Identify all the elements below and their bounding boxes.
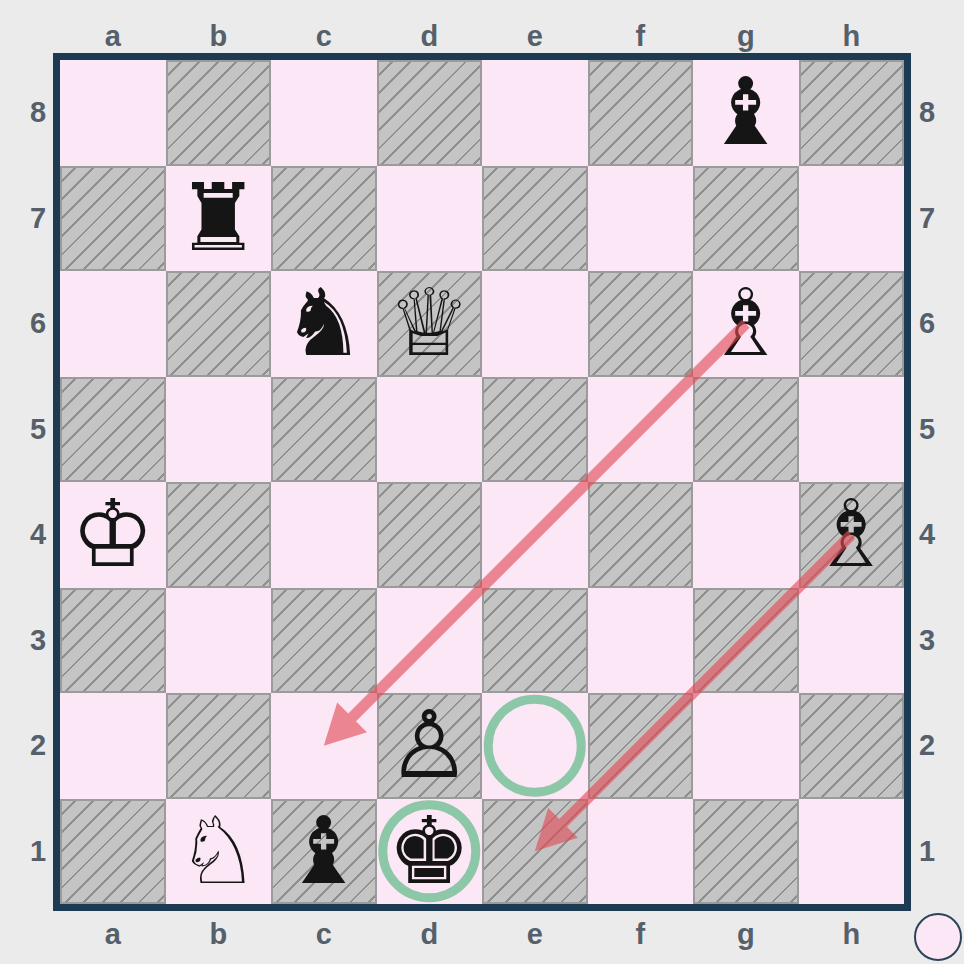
piece-black-bishop[interactable]: ♝ [271,799,377,905]
square-b7[interactable]: ♜ [166,166,272,272]
file-label-f: f [588,918,694,951]
square-a8[interactable] [60,60,166,166]
square-h7[interactable] [799,166,905,272]
square-h3[interactable] [799,588,905,694]
square-a7[interactable] [60,166,166,272]
square-d7[interactable] [377,166,483,272]
square-a1[interactable] [60,799,166,905]
square-e6[interactable] [482,271,588,377]
file-label-c: c [271,20,377,53]
square-a2[interactable] [60,693,166,799]
piece-black-rook[interactable]: ♜ [166,166,272,272]
file-label-d: d [377,918,483,951]
square-d3[interactable] [377,588,483,694]
square-g5[interactable] [693,377,799,483]
square-b2[interactable] [166,693,272,799]
square-c7[interactable] [271,166,377,272]
square-e7[interactable] [482,166,588,272]
file-labels-top: abcdefgh [60,20,904,52]
piece-white-king[interactable]: ♔ [60,482,166,588]
rank-label-2: 2 [22,693,54,799]
page-background: ♝♜♞♕♗♔♗♙♘♝♚ abcdefgh abcdefgh 87654321 8… [0,0,964,964]
square-e2[interactable] [482,693,588,799]
square-d6[interactable]: ♕ [377,271,483,377]
square-a3[interactable] [60,588,166,694]
rank-label-5: 5 [911,377,943,483]
square-a5[interactable] [60,377,166,483]
file-label-f: f [588,20,694,53]
square-g1[interactable] [693,799,799,905]
square-f3[interactable] [588,588,694,694]
square-b3[interactable] [166,588,272,694]
square-a4[interactable]: ♔ [60,482,166,588]
square-e3[interactable] [482,588,588,694]
rank-label-4: 4 [911,482,943,588]
square-c1[interactable]: ♝ [271,799,377,905]
piece-white-pawn[interactable]: ♙ [377,693,483,799]
file-label-h: h [799,918,905,951]
square-b4[interactable] [166,482,272,588]
piece-white-bishop[interactable]: ♗ [799,482,905,588]
square-h5[interactable] [799,377,905,483]
piece-black-bishop[interactable]: ♝ [693,60,799,166]
file-label-h: h [799,20,905,53]
square-c5[interactable] [271,377,377,483]
square-d8[interactable] [377,60,483,166]
file-labels-bottom: abcdefgh [60,918,904,950]
square-g2[interactable] [693,693,799,799]
square-g7[interactable] [693,166,799,272]
file-label-b: b [166,918,272,951]
square-d1[interactable]: ♚ [377,799,483,905]
rank-labels-left: 87654321 [22,60,54,904]
rank-label-1: 1 [911,799,943,905]
square-b1[interactable]: ♘ [166,799,272,905]
square-e1[interactable] [482,799,588,905]
file-label-b: b [166,20,272,53]
rank-label-7: 7 [22,166,54,272]
piece-white-knight[interactable]: ♘ [166,799,272,905]
square-h1[interactable] [799,799,905,905]
square-e4[interactable] [482,482,588,588]
file-label-e: e [482,918,588,951]
square-e5[interactable] [482,377,588,483]
file-label-a: a [60,20,166,53]
square-f6[interactable] [588,271,694,377]
chess-board: ♝♜♞♕♗♔♗♙♘♝♚ [53,53,911,911]
file-label-c: c [271,918,377,951]
square-g3[interactable] [693,588,799,694]
square-f1[interactable] [588,799,694,905]
file-label-a: a [60,918,166,951]
piece-white-bishop[interactable]: ♗ [693,271,799,377]
square-f7[interactable] [588,166,694,272]
rank-label-8: 8 [911,60,943,166]
rank-label-6: 6 [22,271,54,377]
square-a6[interactable] [60,271,166,377]
rank-label-7: 7 [911,166,943,272]
square-d5[interactable] [377,377,483,483]
rank-label-6: 6 [911,271,943,377]
square-f2[interactable] [588,693,694,799]
file-label-d: d [377,20,483,53]
board-grid: ♝♜♞♕♗♔♗♙♘♝♚ [60,60,904,904]
square-c6[interactable]: ♞ [271,271,377,377]
square-c4[interactable] [271,482,377,588]
rank-label-2: 2 [911,693,943,799]
square-b8[interactable] [166,60,272,166]
rank-label-3: 3 [911,588,943,694]
square-h6[interactable] [799,271,905,377]
square-d2[interactable]: ♙ [377,693,483,799]
rank-labels-right: 87654321 [911,60,943,904]
square-c8[interactable] [271,60,377,166]
square-f8[interactable] [588,60,694,166]
rank-label-1: 1 [22,799,54,905]
rank-label-5: 5 [22,377,54,483]
file-label-e: e [482,20,588,53]
rank-label-8: 8 [22,60,54,166]
square-h2[interactable] [799,693,905,799]
piece-white-queen[interactable]: ♕ [377,271,483,377]
square-f4[interactable] [588,482,694,588]
file-label-g: g [693,918,799,951]
square-f5[interactable] [588,377,694,483]
square-e8[interactable] [482,60,588,166]
piece-black-king[interactable]: ♚ [377,799,483,905]
square-c2[interactable] [271,693,377,799]
turn-indicator [914,913,962,961]
square-b6[interactable] [166,271,272,377]
file-label-g: g [693,20,799,53]
piece-black-knight[interactable]: ♞ [271,271,377,377]
square-h8[interactable] [799,60,905,166]
square-h4[interactable]: ♗ [799,482,905,588]
square-g6[interactable]: ♗ [693,271,799,377]
rank-label-4: 4 [22,482,54,588]
square-c3[interactable] [271,588,377,694]
square-d4[interactable] [377,482,483,588]
square-g4[interactable] [693,482,799,588]
rank-label-3: 3 [22,588,54,694]
square-b5[interactable] [166,377,272,483]
square-g8[interactable]: ♝ [693,60,799,166]
